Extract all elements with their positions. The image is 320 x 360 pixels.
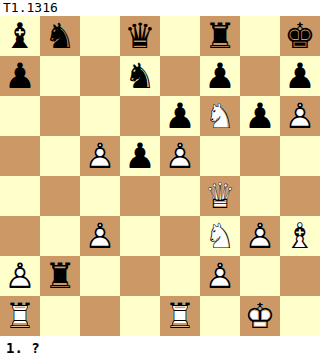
square-h6[interactable]: ♟♙ [280, 96, 320, 136]
square-e2[interactable] [160, 256, 200, 296]
square-a6[interactable] [0, 96, 40, 136]
square-f8[interactable]: ♜ [200, 16, 240, 56]
square-d7[interactable]: ♞ [120, 56, 160, 96]
white-pawn-icon: ♟♙ [160, 136, 200, 176]
square-c6[interactable] [80, 96, 120, 136]
chess-puzzle-page: T1.1316 ♝♞♛♜♚♟♞♟♟♟♞♘♟♟♙♟♙♟♟♙♛♕♟♙♞♘♟♙♝♗♟♙… [0, 0, 320, 360]
square-f1[interactable] [200, 296, 240, 336]
square-g1[interactable]: ♚♔ [240, 296, 280, 336]
square-h5[interactable] [280, 136, 320, 176]
white-king-icon: ♚♔ [240, 296, 280, 336]
square-b7[interactable] [40, 56, 80, 96]
black-rook-icon: ♜ [200, 16, 240, 56]
puzzle-id: T1.1316 [0, 0, 58, 16]
square-c2[interactable] [80, 256, 120, 296]
square-g8[interactable] [240, 16, 280, 56]
square-h2[interactable] [280, 256, 320, 296]
black-pawn-icon: ♟ [160, 96, 200, 136]
square-e3[interactable] [160, 216, 200, 256]
square-f6[interactable]: ♞♘ [200, 96, 240, 136]
black-pawn-icon: ♟ [280, 56, 320, 96]
square-b6[interactable] [40, 96, 80, 136]
square-d6[interactable] [120, 96, 160, 136]
square-a5[interactable] [0, 136, 40, 176]
square-d5[interactable]: ♟ [120, 136, 160, 176]
white-rook-icon: ♜♖ [160, 296, 200, 336]
white-knight-icon: ♞♘ [200, 96, 240, 136]
square-f2[interactable]: ♟♙ [200, 256, 240, 296]
black-king-icon: ♚ [280, 16, 320, 56]
square-b3[interactable] [40, 216, 80, 256]
square-g6[interactable]: ♟ [240, 96, 280, 136]
white-pawn-icon: ♟♙ [80, 136, 120, 176]
square-b2[interactable]: ♜ [40, 256, 80, 296]
square-f5[interactable] [200, 136, 240, 176]
white-knight-icon: ♞♘ [200, 216, 240, 256]
square-a8[interactable]: ♝ [0, 16, 40, 56]
white-pawn-icon: ♟♙ [240, 216, 280, 256]
square-e8[interactable] [160, 16, 200, 56]
square-g3[interactable]: ♟♙ [240, 216, 280, 256]
black-pawn-icon: ♟ [240, 96, 280, 136]
square-a3[interactable] [0, 216, 40, 256]
black-knight-icon: ♞ [40, 16, 80, 56]
square-c8[interactable] [80, 16, 120, 56]
square-h4[interactable] [280, 176, 320, 216]
white-pawn-icon: ♟♙ [0, 256, 40, 296]
white-pawn-icon: ♟♙ [280, 96, 320, 136]
square-h8[interactable]: ♚ [280, 16, 320, 56]
square-h3[interactable]: ♝♗ [280, 216, 320, 256]
square-b4[interactable] [40, 176, 80, 216]
square-c1[interactable] [80, 296, 120, 336]
square-a7[interactable]: ♟ [0, 56, 40, 96]
square-d3[interactable] [120, 216, 160, 256]
square-h1[interactable] [280, 296, 320, 336]
square-e6[interactable]: ♟ [160, 96, 200, 136]
title-bar: T1.1316 [0, 0, 320, 16]
square-g2[interactable] [240, 256, 280, 296]
black-pawn-icon: ♟ [0, 56, 40, 96]
square-a2[interactable]: ♟♙ [0, 256, 40, 296]
square-a1[interactable]: ♜♖ [0, 296, 40, 336]
square-d8[interactable]: ♛ [120, 16, 160, 56]
square-e7[interactable] [160, 56, 200, 96]
chess-board: ♝♞♛♜♚♟♞♟♟♟♞♘♟♟♙♟♙♟♟♙♛♕♟♙♞♘♟♙♝♗♟♙♜♟♙♜♖♜♖♚… [0, 16, 320, 336]
square-g4[interactable] [240, 176, 280, 216]
black-knight-icon: ♞ [120, 56, 160, 96]
square-b1[interactable] [40, 296, 80, 336]
black-queen-icon: ♛ [120, 16, 160, 56]
square-e5[interactable]: ♟♙ [160, 136, 200, 176]
square-h7[interactable]: ♟ [280, 56, 320, 96]
square-b5[interactable] [40, 136, 80, 176]
square-e4[interactable] [160, 176, 200, 216]
square-b8[interactable]: ♞ [40, 16, 80, 56]
white-queen-icon: ♛♕ [200, 176, 240, 216]
square-d2[interactable] [120, 256, 160, 296]
square-g7[interactable] [240, 56, 280, 96]
square-c4[interactable] [80, 176, 120, 216]
black-pawn-icon: ♟ [200, 56, 240, 96]
white-pawn-icon: ♟♙ [200, 256, 240, 296]
square-g5[interactable] [240, 136, 280, 176]
white-bishop-icon: ♝♗ [280, 216, 320, 256]
move-prompt-bar: 1. ? [0, 336, 320, 360]
square-d1[interactable] [120, 296, 160, 336]
black-bishop-icon: ♝ [0, 16, 40, 56]
move-prompt: 1. ? [0, 340, 40, 356]
black-pawn-icon: ♟ [120, 136, 160, 176]
square-c3[interactable]: ♟♙ [80, 216, 120, 256]
square-f3[interactable]: ♞♘ [200, 216, 240, 256]
square-c7[interactable] [80, 56, 120, 96]
square-a4[interactable] [0, 176, 40, 216]
square-f7[interactable]: ♟ [200, 56, 240, 96]
white-rook-icon: ♜♖ [0, 296, 40, 336]
white-pawn-icon: ♟♙ [80, 216, 120, 256]
square-d4[interactable] [120, 176, 160, 216]
square-c5[interactable]: ♟♙ [80, 136, 120, 176]
square-e1[interactable]: ♜♖ [160, 296, 200, 336]
black-rook-icon: ♜ [40, 256, 80, 296]
square-f4[interactable]: ♛♕ [200, 176, 240, 216]
